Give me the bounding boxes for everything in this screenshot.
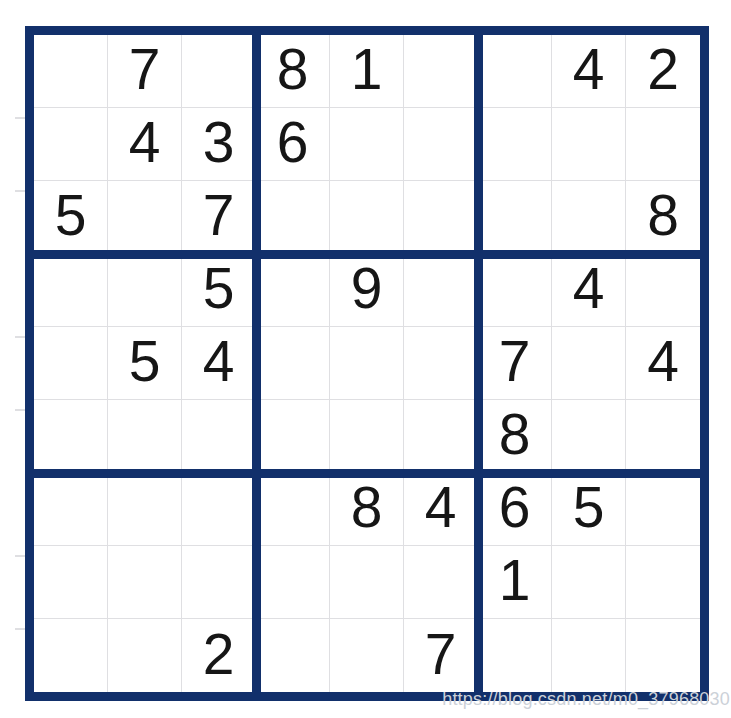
- cell-r1c8[interactable]: 4: [552, 35, 626, 108]
- box-divider-horizontal-2: [34, 469, 700, 478]
- cell-r7c9[interactable]: [626, 473, 700, 546]
- cell-r5c1[interactable]: [34, 327, 108, 400]
- cell-r9c2[interactable]: [108, 619, 182, 692]
- cell-r6c1[interactable]: [34, 400, 108, 473]
- cell-r5c8[interactable]: [552, 327, 626, 400]
- cell-r7c5[interactable]: 8: [330, 473, 404, 546]
- cell-r3c7[interactable]: [478, 181, 552, 254]
- cell-r8c9[interactable]: [626, 546, 700, 619]
- cell-r9c3[interactable]: 2: [182, 619, 256, 692]
- cell-r2c2[interactable]: 4: [108, 108, 182, 181]
- cell-r6c3[interactable]: [182, 400, 256, 473]
- cell-r7c4[interactable]: [256, 473, 330, 546]
- gridline-stub: [15, 190, 25, 192]
- cell-r7c1[interactable]: [34, 473, 108, 546]
- cell-r2c6[interactable]: [404, 108, 478, 181]
- cell-r9c8[interactable]: [552, 619, 626, 692]
- cell-r3c6[interactable]: [404, 181, 478, 254]
- cell-r1c6[interactable]: [404, 35, 478, 108]
- cell-r7c6[interactable]: 4: [404, 473, 478, 546]
- gridline-stub: [15, 555, 25, 557]
- cell-r3c9[interactable]: 8: [626, 181, 700, 254]
- cell-r2c9[interactable]: [626, 108, 700, 181]
- sudoku-page: 78142436578594547488465127 https://blog.…: [0, 0, 731, 718]
- cell-r7c2[interactable]: [108, 473, 182, 546]
- cell-r4c2[interactable]: [108, 254, 182, 327]
- cell-r1c7[interactable]: [478, 35, 552, 108]
- cell-r6c2[interactable]: [108, 400, 182, 473]
- cell-r4c4[interactable]: [256, 254, 330, 327]
- cell-r2c8[interactable]: [552, 108, 626, 181]
- cell-r6c7[interactable]: 8: [478, 400, 552, 473]
- cell-r8c3[interactable]: [182, 546, 256, 619]
- cell-r2c3[interactable]: 3: [182, 108, 256, 181]
- cell-r3c8[interactable]: [552, 181, 626, 254]
- cell-r4c9[interactable]: [626, 254, 700, 327]
- cell-r7c3[interactable]: [182, 473, 256, 546]
- cell-r3c2[interactable]: [108, 181, 182, 254]
- cell-r8c8[interactable]: [552, 546, 626, 619]
- cell-r9c1[interactable]: [34, 619, 108, 692]
- cell-r1c5[interactable]: 1: [330, 35, 404, 108]
- cell-r6c9[interactable]: [626, 400, 700, 473]
- box-divider-vertical-2: [474, 35, 483, 692]
- cell-r6c4[interactable]: [256, 400, 330, 473]
- gridline-stub: [15, 628, 25, 630]
- cell-r8c4[interactable]: [256, 546, 330, 619]
- cell-r1c4[interactable]: 8: [256, 35, 330, 108]
- box-divider-vertical-1: [252, 35, 261, 692]
- cell-r2c7[interactable]: [478, 108, 552, 181]
- cell-r5c2[interactable]: 5: [108, 327, 182, 400]
- box-divider-horizontal-1: [34, 250, 700, 259]
- gridline-stub: [15, 117, 25, 119]
- cell-r3c1[interactable]: 5: [34, 181, 108, 254]
- cell-r5c3[interactable]: 4: [182, 327, 256, 400]
- sudoku-grid: 78142436578594547488465127: [34, 35, 700, 692]
- cell-r5c9[interactable]: 4: [626, 327, 700, 400]
- cell-r5c6[interactable]: [404, 327, 478, 400]
- cell-r9c7[interactable]: [478, 619, 552, 692]
- cell-r8c1[interactable]: [34, 546, 108, 619]
- cell-r5c7[interactable]: 7: [478, 327, 552, 400]
- cell-r6c8[interactable]: [552, 400, 626, 473]
- cell-r3c3[interactable]: 7: [182, 181, 256, 254]
- cell-r6c5[interactable]: [330, 400, 404, 473]
- cell-r4c1[interactable]: [34, 254, 108, 327]
- cell-r5c5[interactable]: [330, 327, 404, 400]
- cell-r4c3[interactable]: 5: [182, 254, 256, 327]
- cell-r7c8[interactable]: 5: [552, 473, 626, 546]
- cell-r8c5[interactable]: [330, 546, 404, 619]
- cell-r9c6[interactable]: 7: [404, 619, 478, 692]
- cell-r4c7[interactable]: [478, 254, 552, 327]
- watermark-text: https://blog.csdn.net/m0_37968030: [442, 689, 730, 710]
- cell-r4c5[interactable]: 9: [330, 254, 404, 327]
- cell-r8c7[interactable]: 1: [478, 546, 552, 619]
- cell-r1c1[interactable]: [34, 35, 108, 108]
- cell-r3c5[interactable]: [330, 181, 404, 254]
- cell-r2c4[interactable]: 6: [256, 108, 330, 181]
- cell-r8c6[interactable]: [404, 546, 478, 619]
- cell-r7c7[interactable]: 6: [478, 473, 552, 546]
- cell-r1c9[interactable]: 2: [626, 35, 700, 108]
- cell-r9c4[interactable]: [256, 619, 330, 692]
- cell-r1c3[interactable]: [182, 35, 256, 108]
- cell-r2c5[interactable]: [330, 108, 404, 181]
- cell-r2c1[interactable]: [34, 108, 108, 181]
- gridline-stub: [15, 336, 25, 338]
- cell-r3c4[interactable]: [256, 181, 330, 254]
- cell-r4c6[interactable]: [404, 254, 478, 327]
- sudoku-board: 78142436578594547488465127: [25, 26, 709, 701]
- cell-r9c5[interactable]: [330, 619, 404, 692]
- cell-r1c2[interactable]: 7: [108, 35, 182, 108]
- cell-r5c4[interactable]: [256, 327, 330, 400]
- gridline-stub: [15, 409, 25, 411]
- cell-r6c6[interactable]: [404, 400, 478, 473]
- cell-r8c2[interactable]: [108, 546, 182, 619]
- cell-r4c8[interactable]: 4: [552, 254, 626, 327]
